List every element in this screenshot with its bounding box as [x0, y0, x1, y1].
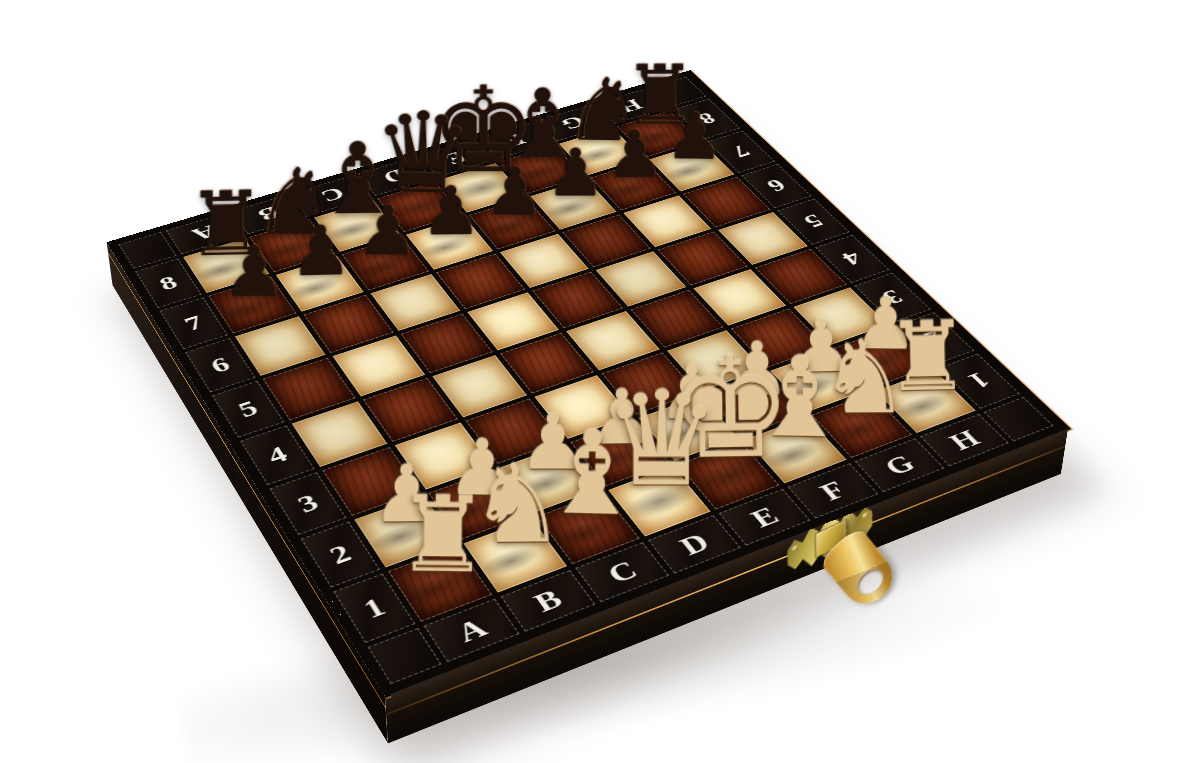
product-photo-stage: ABCDEFGH8877665544332211ABCDEFGH ♜♞♝♛♚♝♞…	[0, 0, 1200, 763]
fold-seam	[229, 443, 235, 490]
piece-glyph: ♜	[345, 480, 541, 588]
scene: ABCDEFGH8877665544332211ABCDEFGH ♜♞♝♛♚♝♞…	[0, 0, 1200, 763]
folding-chess-box: ABCDEFGH8877665544332211ABCDEFGH ♜♞♝♛♚♝♞…	[107, 71, 1068, 696]
